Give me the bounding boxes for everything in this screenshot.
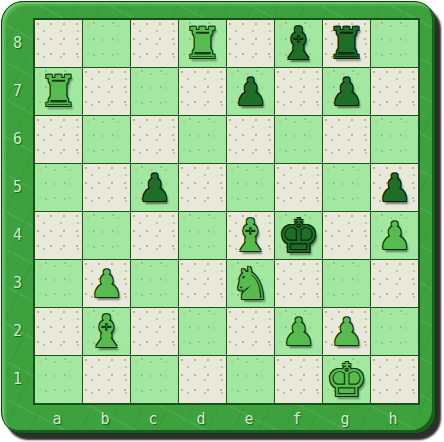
square-h8[interactable] [371,20,418,67]
rank-label-5: 5 [2,163,33,211]
square-d1[interactable] [179,356,226,403]
square-b5[interactable] [83,164,130,211]
square-c3[interactable] [131,260,178,307]
square-c2[interactable] [131,308,178,355]
rank-label-8: 8 [2,19,33,67]
square-a3[interactable] [35,260,82,307]
rank-labels: 87654321 [2,19,33,403]
square-e3[interactable]: ♞ [227,260,274,307]
rank-label-1: 1 [2,355,33,403]
square-h1[interactable] [371,356,418,403]
square-g3[interactable] [323,260,370,307]
square-h6[interactable] [371,116,418,163]
square-b2[interactable]: ♝ [83,308,130,355]
rank-label-4: 4 [2,211,33,259]
file-label-g: g [321,406,369,432]
piece-dark-pawn[interactable]: ♟ [131,164,178,211]
square-e1[interactable] [227,356,274,403]
piece-light-pawn[interactable]: ♟ [83,260,130,307]
rank-label-6: 6 [2,115,33,163]
piece-light-rook[interactable]: ♜ [179,20,226,67]
square-h4[interactable]: ♟ [371,212,418,259]
file-label-h: h [369,406,417,432]
square-e4[interactable]: ♝ [227,212,274,259]
square-h7[interactable] [371,68,418,115]
piece-light-bishop[interactable]: ♝ [83,308,130,355]
square-c7[interactable] [131,68,178,115]
piece-dark-rook[interactable]: ♜ [323,20,370,67]
piece-light-pawn[interactable]: ♟ [323,308,370,355]
square-c4[interactable] [131,212,178,259]
square-d5[interactable] [179,164,226,211]
chess-board[interactable]: ♜♝♜♜♟♟♟♟♝♚♟♟♞♝♟♟♚ [33,18,420,405]
square-g6[interactable] [323,116,370,163]
square-b1[interactable] [83,356,130,403]
square-g5[interactable] [323,164,370,211]
square-c6[interactable] [131,116,178,163]
piece-dark-king[interactable]: ♚ [275,212,322,259]
square-h2[interactable] [371,308,418,355]
square-d7[interactable] [179,68,226,115]
square-e2[interactable] [227,308,274,355]
piece-light-rook[interactable]: ♜ [35,68,82,115]
square-b4[interactable] [83,212,130,259]
square-f1[interactable] [275,356,322,403]
file-label-a: a [33,406,81,432]
square-e8[interactable] [227,20,274,67]
square-e6[interactable] [227,116,274,163]
square-c5[interactable]: ♟ [131,164,178,211]
rank-label-3: 3 [2,259,33,307]
piece-light-pawn[interactable]: ♟ [275,308,322,355]
square-d2[interactable] [179,308,226,355]
file-label-d: d [177,406,225,432]
square-b8[interactable] [83,20,130,67]
piece-light-knight[interactable]: ♞ [227,260,274,307]
chess-app: 87654321 abcdefgh ♜♝♜♜♟♟♟♟♝♚♟♟♞♝♟♟♚ [0,0,444,442]
square-a7[interactable]: ♜ [35,68,82,115]
rank-label-7: 7 [2,67,33,115]
square-b6[interactable] [83,116,130,163]
file-label-f: f [273,406,321,432]
square-e5[interactable] [227,164,274,211]
square-a6[interactable] [35,116,82,163]
square-h5[interactable]: ♟ [371,164,418,211]
square-f6[interactable] [275,116,322,163]
file-label-b: b [81,406,129,432]
square-f3[interactable] [275,260,322,307]
square-a2[interactable] [35,308,82,355]
piece-dark-pawn[interactable]: ♟ [227,68,274,115]
square-d8[interactable]: ♜ [179,20,226,67]
square-g2[interactable]: ♟ [323,308,370,355]
piece-light-bishop[interactable]: ♝ [227,212,274,259]
square-f4[interactable]: ♚ [275,212,322,259]
piece-dark-pawn[interactable]: ♟ [323,68,370,115]
square-c8[interactable] [131,20,178,67]
square-f8[interactable]: ♝ [275,20,322,67]
piece-light-king[interactable]: ♚ [323,356,370,403]
square-a4[interactable] [35,212,82,259]
rank-label-2: 2 [2,307,33,355]
square-c1[interactable] [131,356,178,403]
square-b7[interactable] [83,68,130,115]
square-g7[interactable]: ♟ [323,68,370,115]
file-labels: abcdefgh [33,406,417,432]
square-b3[interactable]: ♟ [83,260,130,307]
piece-light-pawn[interactable]: ♟ [371,212,418,259]
square-d3[interactable] [179,260,226,307]
piece-dark-pawn[interactable]: ♟ [371,164,418,211]
square-f2[interactable]: ♟ [275,308,322,355]
square-d6[interactable] [179,116,226,163]
square-f7[interactable] [275,68,322,115]
square-a8[interactable] [35,20,82,67]
piece-dark-bishop[interactable]: ♝ [275,20,322,67]
square-e7[interactable]: ♟ [227,68,274,115]
file-label-e: e [225,406,273,432]
square-a1[interactable] [35,356,82,403]
square-a5[interactable] [35,164,82,211]
square-g1[interactable]: ♚ [323,356,370,403]
square-g8[interactable]: ♜ [323,20,370,67]
square-d4[interactable] [179,212,226,259]
square-f5[interactable] [275,164,322,211]
file-label-c: c [129,406,177,432]
board-frame: 87654321 abcdefgh ♜♝♜♜♟♟♟♟♝♚♟♟♞♝♟♟♚ [1,1,436,434]
square-h3[interactable] [371,260,418,307]
square-g4[interactable] [323,212,370,259]
